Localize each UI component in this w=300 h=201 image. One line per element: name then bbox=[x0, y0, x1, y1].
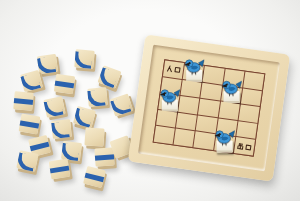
path-tile-straight[interactable] bbox=[83, 166, 106, 188]
bird-piece[interactable] bbox=[222, 80, 242, 104]
bird-icon bbox=[214, 129, 235, 147]
path-tile-straight[interactable] bbox=[19, 113, 41, 134]
tile-path-marking bbox=[94, 154, 114, 160]
path-tile-straight[interactable] bbox=[13, 91, 33, 111]
bird-icon bbox=[159, 88, 180, 106]
board-cell-r4c0[interactable] bbox=[154, 126, 175, 144]
board-surface bbox=[138, 45, 280, 172]
path-tile-curve[interactable] bbox=[51, 119, 72, 139]
board-cell-r2c3[interactable] bbox=[218, 102, 239, 120]
bird-piece[interactable] bbox=[215, 129, 235, 153]
board-cell-r2c4[interactable] bbox=[238, 105, 259, 123]
path-tile-blank[interactable] bbox=[84, 127, 104, 146]
game-board bbox=[128, 34, 290, 181]
tile-path-marking bbox=[73, 108, 94, 129]
bird-icon bbox=[183, 57, 204, 75]
board-cell-r1c1[interactable] bbox=[181, 80, 202, 98]
tile-path-marking bbox=[54, 81, 75, 88]
tile-path-marking bbox=[37, 56, 56, 74]
board-cell-r1c2[interactable] bbox=[201, 82, 222, 100]
tile-path-marking bbox=[29, 142, 50, 151]
tile-path-marking bbox=[87, 89, 106, 106]
label-glyph bbox=[236, 142, 244, 150]
board-cell-r4c3[interactable] bbox=[214, 135, 235, 153]
board-cell-r4c4[interactable] bbox=[234, 137, 255, 155]
path-tile-curve[interactable] bbox=[97, 65, 121, 88]
tile-path-marking bbox=[19, 120, 40, 128]
path-tile-curve[interactable] bbox=[37, 54, 58, 74]
tile-path-marking bbox=[51, 121, 70, 139]
path-tile-straight[interactable] bbox=[49, 159, 71, 180]
tile-path-marking bbox=[43, 99, 64, 118]
bird-piece[interactable] bbox=[184, 57, 204, 81]
board-cell-r2c2[interactable] bbox=[198, 99, 219, 117]
board-cell-r1c3[interactable] bbox=[221, 85, 242, 103]
tile-path-marking bbox=[20, 72, 41, 92]
board-cell-r2c1[interactable] bbox=[178, 96, 199, 114]
path-tile-straight[interactable] bbox=[54, 74, 75, 94]
board-cell-r4c2[interactable] bbox=[194, 132, 215, 150]
bird-icon bbox=[221, 80, 242, 98]
path-tile-curve[interactable] bbox=[74, 49, 94, 69]
path-tile-curve[interactable] bbox=[43, 96, 65, 118]
path-tile-curve[interactable] bbox=[73, 106, 96, 128]
board-cell-r3c0[interactable] bbox=[156, 110, 177, 128]
path-tile-curve[interactable] bbox=[16, 150, 38, 172]
tile-path-marking bbox=[13, 98, 33, 104]
board-cell-r4c1[interactable] bbox=[174, 129, 195, 147]
bird-piece[interactable] bbox=[159, 88, 179, 112]
photo-scene bbox=[0, 0, 300, 201]
board-cell-r0c4[interactable] bbox=[243, 72, 264, 90]
path-tile-straight[interactable] bbox=[94, 147, 114, 166]
exit-label bbox=[234, 137, 255, 155]
label-glyph bbox=[174, 66, 182, 74]
path-tile-curve[interactable] bbox=[87, 87, 107, 107]
tile-path-marking bbox=[49, 165, 70, 173]
board-grid bbox=[153, 59, 266, 156]
board-cell-r1c4[interactable] bbox=[241, 88, 262, 106]
label-glyph bbox=[244, 143, 252, 151]
board-cell-r2c0[interactable] bbox=[158, 93, 179, 111]
tile-path-marking bbox=[84, 173, 105, 182]
tile-path-marking bbox=[110, 96, 132, 116]
board-cell-r3c1[interactable] bbox=[176, 113, 197, 131]
board-cell-r0c1[interactable] bbox=[183, 63, 204, 81]
tile-path-marking bbox=[16, 152, 36, 172]
path-tile-curve[interactable] bbox=[110, 94, 134, 117]
tile-path-marking bbox=[97, 67, 118, 89]
entrance-label bbox=[163, 60, 184, 78]
label-glyph bbox=[166, 65, 174, 73]
tile-path-marking bbox=[74, 51, 92, 69]
board-cell-r0c0[interactable] bbox=[163, 60, 184, 78]
board-cell-r3c4[interactable] bbox=[236, 121, 257, 139]
